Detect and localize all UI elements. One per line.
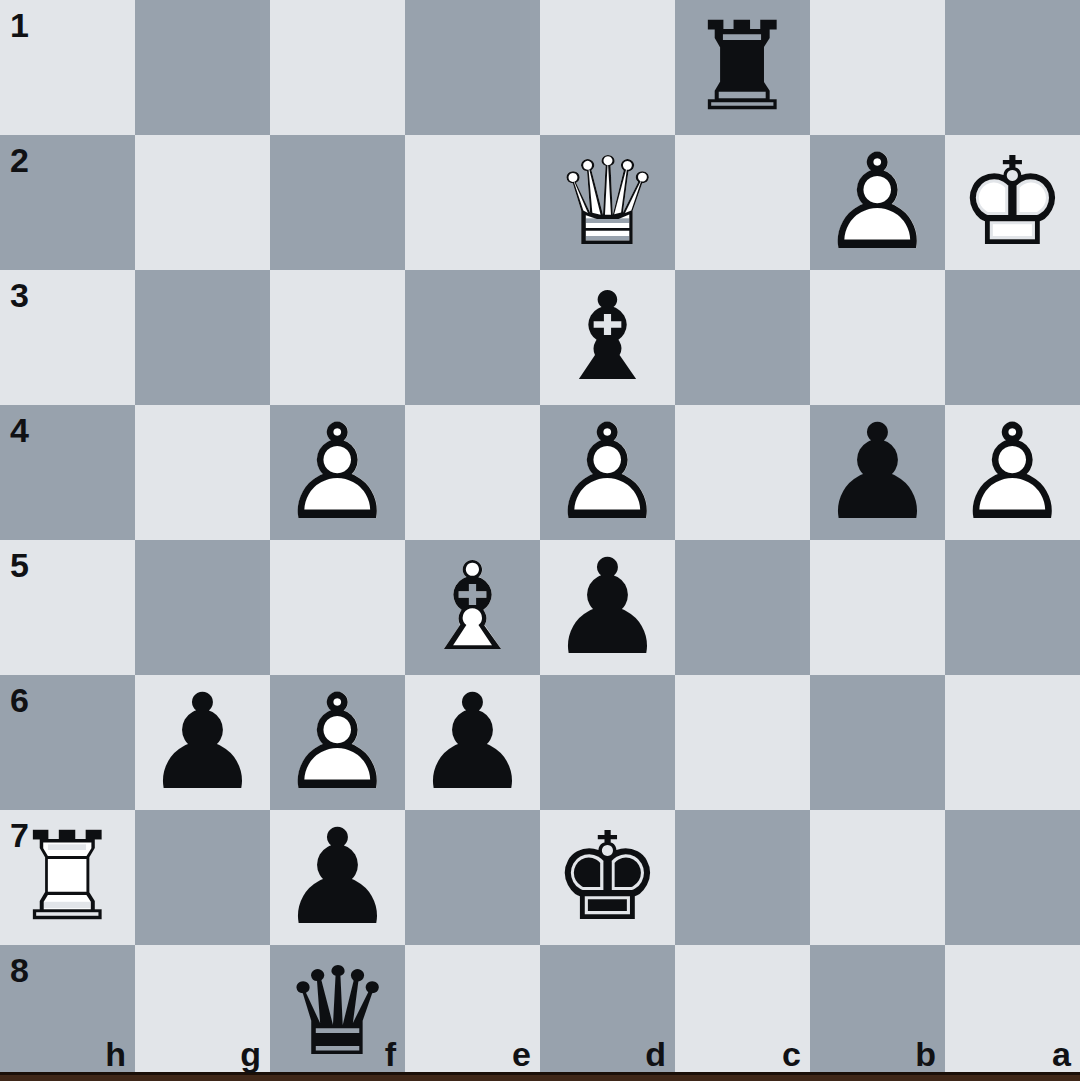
square-e5[interactable]: ♝♗ [405,540,540,675]
square-g5[interactable] [135,540,270,675]
square-b4[interactable]: ♟ [810,405,945,540]
white-pawn-icon: ♙ [270,405,405,540]
white-pawn-icon: ♙ [810,135,945,270]
square-b3[interactable] [810,270,945,405]
piece-white-pawn-d4[interactable]: ♟♙ [540,405,675,540]
board-grid: ♜♛♕♟♙♚♔♝♟♙♟♙♟♟♙♝♗♟♟♟♙♟♜♖♟♚♛ [0,0,1080,1080]
square-c3[interactable] [675,270,810,405]
square-f7[interactable]: ♟ [270,810,405,945]
black-pawn-icon: ♟ [405,675,540,810]
square-a2[interactable]: ♚♔ [945,135,1080,270]
white-queen-icon: ♕ [540,135,675,270]
rank-label-2: 2 [10,143,29,177]
square-a1[interactable] [945,0,1080,135]
square-f5[interactable] [270,540,405,675]
piece-black-pawn-d5[interactable]: ♟ [540,540,675,675]
piece-white-pawn-b2[interactable]: ♟♙ [810,135,945,270]
white-pawn-icon: ♙ [270,675,405,810]
piece-black-rook-c1[interactable]: ♜ [675,0,810,135]
file-label-f: f [385,1037,396,1071]
square-b2[interactable]: ♟♙ [810,135,945,270]
rank-label-8: 8 [10,953,29,987]
file-label-c: c [782,1037,801,1071]
square-c1[interactable]: ♜ [675,0,810,135]
square-a4[interactable]: ♟♙ [945,405,1080,540]
piece-white-pawn-f4[interactable]: ♟♙ [270,405,405,540]
square-g7[interactable] [135,810,270,945]
square-c2[interactable] [675,135,810,270]
square-e2[interactable] [405,135,540,270]
file-label-h: h [105,1037,126,1071]
square-f1[interactable] [270,0,405,135]
square-c7[interactable] [675,810,810,945]
square-a6[interactable] [945,675,1080,810]
square-c5[interactable] [675,540,810,675]
piece-white-pawn-f6[interactable]: ♟♙ [270,675,405,810]
rank-label-7: 7 [10,818,29,852]
square-a7[interactable] [945,810,1080,945]
black-bishop-icon: ♝ [540,270,675,405]
square-d4[interactable]: ♟♙ [540,405,675,540]
file-label-b: b [915,1037,936,1071]
chess-board: ♜♛♕♟♙♚♔♝♟♙♟♙♟♟♙♝♗♟♟♟♙♟♜♖♟♚♛ 12345678hgfe… [0,0,1080,1081]
square-f3[interactable] [270,270,405,405]
piece-white-bishop-e5[interactable]: ♝♗ [405,540,540,675]
square-d7[interactable]: ♚ [540,810,675,945]
square-e6[interactable]: ♟ [405,675,540,810]
black-rook-icon: ♜ [675,0,810,135]
square-b7[interactable] [810,810,945,945]
rank-label-4: 4 [10,413,29,447]
white-king-icon: ♔ [945,135,1080,270]
square-e7[interactable] [405,810,540,945]
square-a5[interactable] [945,540,1080,675]
square-e1[interactable] [405,0,540,135]
piece-black-pawn-f7[interactable]: ♟ [270,810,405,945]
black-pawn-icon: ♟ [810,405,945,540]
black-pawn-icon: ♟ [270,810,405,945]
square-c4[interactable] [675,405,810,540]
black-pawn-icon: ♟ [135,675,270,810]
piece-white-queen-d2[interactable]: ♛♕ [540,135,675,270]
square-g4[interactable] [135,405,270,540]
square-b1[interactable] [810,0,945,135]
square-g6[interactable]: ♟ [135,675,270,810]
white-pawn-icon: ♙ [945,405,1080,540]
file-label-e: e [512,1037,531,1071]
square-g2[interactable] [135,135,270,270]
file-label-a: a [1052,1037,1071,1071]
piece-black-king-d7[interactable]: ♚ [540,810,675,945]
black-king-icon: ♚ [540,810,675,945]
square-f6[interactable]: ♟♙ [270,675,405,810]
square-e3[interactable] [405,270,540,405]
piece-white-king-a2[interactable]: ♚♔ [945,135,1080,270]
file-label-g: g [240,1037,261,1071]
square-d2[interactable]: ♛♕ [540,135,675,270]
file-label-d: d [645,1037,666,1071]
square-g3[interactable] [135,270,270,405]
rank-label-3: 3 [10,278,29,312]
square-d6[interactable] [540,675,675,810]
square-b5[interactable] [810,540,945,675]
piece-black-pawn-e6[interactable]: ♟ [405,675,540,810]
square-d5[interactable]: ♟ [540,540,675,675]
square-d1[interactable] [540,0,675,135]
piece-black-pawn-g6[interactable]: ♟ [135,675,270,810]
square-c6[interactable] [675,675,810,810]
black-pawn-icon: ♟ [540,540,675,675]
white-bishop-icon: ♗ [405,540,540,675]
square-g1[interactable] [135,0,270,135]
square-f2[interactable] [270,135,405,270]
piece-white-pawn-a4[interactable]: ♟♙ [945,405,1080,540]
white-pawn-icon: ♙ [540,405,675,540]
square-e4[interactable] [405,405,540,540]
piece-black-pawn-b4[interactable]: ♟ [810,405,945,540]
board-bottom-edge [0,1072,1080,1081]
rank-label-5: 5 [10,548,29,582]
rank-label-6: 6 [10,683,29,717]
square-a3[interactable] [945,270,1080,405]
rank-label-1: 1 [10,8,29,42]
piece-black-bishop-d3[interactable]: ♝ [540,270,675,405]
square-b6[interactable] [810,675,945,810]
square-f4[interactable]: ♟♙ [270,405,405,540]
square-d3[interactable]: ♝ [540,270,675,405]
